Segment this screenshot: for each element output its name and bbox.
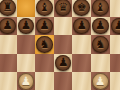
piece-black-pawn[interactable]: ♟ — [92, 18, 109, 35]
square-d8[interactable]: ♛ — [54, 0, 73, 17]
piece-black-pawn[interactable]: ♟ — [18, 18, 35, 35]
piece-black-pawn[interactable]: ♟ — [0, 18, 16, 35]
piece-black-bishop[interactable]: ♝ — [36, 0, 53, 16]
square-c7[interactable]: ♟ — [35, 17, 54, 36]
square-a5[interactable] — [0, 54, 17, 73]
square-g7[interactable]: ♟ — [110, 17, 120, 36]
square-f8[interactable]: ♝ — [91, 0, 110, 17]
square-e8[interactable]: ♚ — [72, 0, 91, 17]
square-d5[interactable]: ♟ — [54, 54, 73, 73]
square-a6[interactable] — [0, 35, 17, 54]
square-a7[interactable]: ♟ — [0, 17, 17, 36]
square-b7[interactable]: ♟ — [17, 17, 36, 36]
square-d4[interactable] — [54, 72, 73, 90]
square-g8[interactable] — [110, 0, 120, 17]
square-g4[interactable] — [110, 72, 120, 90]
square-e6[interactable] — [72, 35, 91, 54]
square-g6[interactable] — [110, 35, 120, 54]
square-e5[interactable] — [72, 54, 91, 73]
square-b8[interactable] — [17, 0, 36, 17]
square-f6[interactable]: ♞ — [91, 35, 110, 54]
piece-black-bishop[interactable]: ♝ — [92, 0, 109, 16]
piece-black-rook[interactable]: ♜ — [0, 0, 16, 16]
piece-black-king[interactable]: ♚ — [73, 0, 90, 16]
piece-black-pawn[interactable]: ♟ — [73, 18, 90, 35]
square-d7[interactable] — [54, 17, 73, 36]
square-e4[interactable] — [72, 72, 91, 90]
square-c6[interactable]: ♞ — [35, 35, 54, 54]
square-d6[interactable] — [54, 35, 73, 54]
piece-black-pawn[interactable]: ♟ — [111, 18, 120, 35]
piece-black-queen[interactable]: ♛ — [55, 0, 72, 16]
square-e7[interactable]: ♟ — [72, 17, 91, 36]
chess-app-viewport: ♜♝♛♚♝♟♟♟♟♟♟♞♞♟♟♟ — [0, 0, 120, 90]
piece-black-pawn[interactable]: ♟ — [36, 18, 53, 35]
square-c4[interactable] — [35, 72, 54, 90]
chess-board: ♜♝♛♚♝♟♟♟♟♟♟♞♞♟♟♟ — [0, 0, 120, 90]
square-a8[interactable]: ♜ — [0, 0, 17, 17]
square-b4[interactable]: ♟ — [17, 72, 36, 90]
square-f4[interactable]: ♟ — [91, 72, 110, 90]
square-f5[interactable] — [91, 54, 110, 73]
piece-white-pawn[interactable]: ♟ — [92, 73, 109, 90]
piece-black-knight[interactable]: ♞ — [92, 36, 109, 53]
piece-black-pawn[interactable]: ♟ — [55, 55, 72, 72]
square-c5[interactable] — [35, 54, 54, 73]
square-c8[interactable]: ♝ — [35, 0, 54, 17]
square-a4[interactable] — [0, 72, 17, 90]
square-b6[interactable] — [17, 35, 36, 54]
piece-white-pawn[interactable]: ♟ — [18, 73, 35, 90]
piece-black-knight[interactable]: ♞ — [36, 36, 53, 53]
square-g5[interactable] — [110, 54, 120, 73]
square-f7[interactable]: ♟ — [91, 17, 110, 36]
square-b5[interactable] — [17, 54, 36, 73]
